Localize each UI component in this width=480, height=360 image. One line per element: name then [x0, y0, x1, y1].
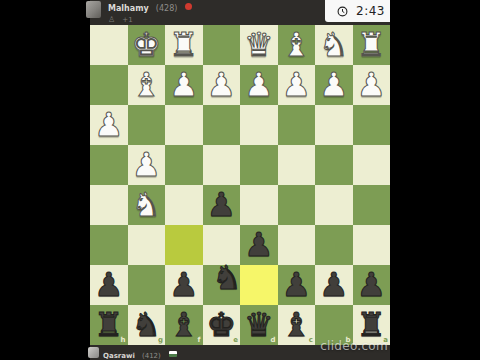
square-a7[interactable]: ♟	[353, 265, 391, 305]
square-g5[interactable]: ♞	[128, 185, 166, 225]
square-e8[interactable]: e♚	[203, 305, 241, 345]
square-g8[interactable]: g♞	[128, 305, 166, 345]
square-e4[interactable]	[203, 145, 241, 185]
white-pawn[interactable]: ♟	[128, 145, 166, 185]
material-advantage: +1	[122, 16, 132, 24]
square-h6[interactable]	[90, 225, 128, 265]
black-pawn[interactable]: ♟	[278, 265, 316, 305]
black-pawn[interactable]: ♟	[315, 265, 353, 305]
app-frame: Malhamy (428) ♙ +1 2:43 ♚♜♛♝♞♜♝♟♟♟♟♟♟♟♟♞…	[0, 0, 480, 360]
square-b2[interactable]: ♟	[315, 65, 353, 105]
square-d3[interactable]	[240, 105, 278, 145]
square-b3[interactable]	[315, 105, 353, 145]
square-c6[interactable]	[278, 225, 316, 265]
captured-pieces: ♙ +1	[108, 12, 133, 22]
square-c3[interactable]	[278, 105, 316, 145]
letterbox-right	[390, 0, 480, 360]
black-knight-animating[interactable]: ♞	[208, 258, 246, 298]
square-a1[interactable]: ♜	[353, 25, 391, 65]
square-h1[interactable]	[90, 25, 128, 65]
square-h5[interactable]	[90, 185, 128, 225]
black-pawn[interactable]: ♟	[90, 265, 128, 305]
letterbox-left	[0, 0, 90, 360]
opponent-rating: (428)	[156, 4, 178, 13]
black-king[interactable]: ♚	[203, 305, 241, 345]
square-a6[interactable]	[353, 225, 391, 265]
white-rook[interactable]: ♜	[353, 25, 391, 65]
square-h2[interactable]	[90, 65, 128, 105]
square-c2[interactable]: ♟	[278, 65, 316, 105]
white-pawn[interactable]: ♟	[240, 65, 278, 105]
square-f3[interactable]	[165, 105, 203, 145]
square-h3[interactable]: ♟	[90, 105, 128, 145]
square-b5[interactable]	[315, 185, 353, 225]
opponent-avatar[interactable]	[86, 1, 101, 18]
square-h4[interactable]	[90, 145, 128, 185]
opponent-clock: 2:43	[325, 0, 390, 22]
black-bishop[interactable]: ♝	[278, 305, 316, 345]
square-g7[interactable]	[128, 265, 166, 305]
white-rook[interactable]: ♜	[165, 25, 203, 65]
white-pawn[interactable]: ♟	[165, 65, 203, 105]
square-f4[interactable]	[165, 145, 203, 185]
square-g6[interactable]	[128, 225, 166, 265]
white-pawn[interactable]: ♟	[90, 105, 128, 145]
opponent-flag-icon	[185, 3, 192, 10]
square-g3[interactable]	[128, 105, 166, 145]
square-b1[interactable]: ♞	[315, 25, 353, 65]
black-pawn[interactable]: ♟	[203, 185, 241, 225]
square-c8[interactable]: c♝	[278, 305, 316, 345]
black-bishop[interactable]: ♝	[165, 305, 203, 345]
white-pawn[interactable]: ♟	[315, 65, 353, 105]
square-c7[interactable]: ♟	[278, 265, 316, 305]
square-e2[interactable]: ♟	[203, 65, 241, 105]
watermark: clideo.com	[320, 339, 388, 353]
square-f1[interactable]: ♜	[165, 25, 203, 65]
square-e1[interactable]	[203, 25, 241, 65]
white-pawn[interactable]: ♟	[353, 65, 391, 105]
game-content: Malhamy (428) ♙ +1 2:43 ♚♜♛♝♞♜♝♟♟♟♟♟♟♟♟♞…	[90, 0, 390, 360]
square-f7[interactable]: ♟	[165, 265, 203, 305]
white-bishop[interactable]: ♝	[278, 25, 316, 65]
square-g2[interactable]: ♝	[128, 65, 166, 105]
board: ♚♜♛♝♞♜♝♟♟♟♟♟♟♟♟♞♟♟♟♟♟♟♟h♜g♞f♝e♚d♛c♝ba♜♞	[90, 25, 390, 345]
square-e3[interactable]	[203, 105, 241, 145]
white-pawn[interactable]: ♟	[203, 65, 241, 105]
black-pawn[interactable]: ♟	[165, 265, 203, 305]
square-d5[interactable]	[240, 185, 278, 225]
square-d4[interactable]	[240, 145, 278, 185]
square-d1[interactable]: ♛	[240, 25, 278, 65]
square-a4[interactable]	[353, 145, 391, 185]
square-c5[interactable]	[278, 185, 316, 225]
square-c4[interactable]	[278, 145, 316, 185]
black-pawn[interactable]: ♟	[353, 265, 391, 305]
square-g1[interactable]: ♚	[128, 25, 166, 65]
square-d8[interactable]: d♛	[240, 305, 278, 345]
white-knight[interactable]: ♞	[315, 25, 353, 65]
clock-icon	[337, 6, 348, 17]
square-a2[interactable]: ♟	[353, 65, 391, 105]
player-info: Qasrawi (412)	[103, 348, 177, 360]
square-e5[interactable]: ♟	[203, 185, 241, 225]
square-f2[interactable]: ♟	[165, 65, 203, 105]
black-rook[interactable]: ♜	[90, 305, 128, 345]
square-b4[interactable]	[315, 145, 353, 185]
square-h7[interactable]: ♟	[90, 265, 128, 305]
square-b6[interactable]	[315, 225, 353, 265]
square-h8[interactable]: h♜	[90, 305, 128, 345]
black-knight[interactable]: ♞	[128, 305, 166, 345]
opponent-time: 2:43	[356, 4, 385, 18]
white-king[interactable]: ♚	[128, 25, 166, 65]
player-avatar[interactable]	[88, 347, 99, 358]
player-flag-icon	[169, 351, 177, 357]
square-f5[interactable]	[165, 185, 203, 225]
player-rating: (412)	[142, 352, 161, 360]
square-d2[interactable]: ♟	[240, 65, 278, 105]
square-g4[interactable]: ♟	[128, 145, 166, 185]
white-pawn[interactable]: ♟	[278, 65, 316, 105]
square-c1[interactable]: ♝	[278, 25, 316, 65]
white-queen[interactable]: ♛	[240, 25, 278, 65]
square-f6[interactable]	[165, 225, 203, 265]
captured-pawn-icon: ♙	[108, 15, 115, 24]
black-queen[interactable]: ♛	[240, 305, 278, 345]
square-a3[interactable]	[353, 105, 391, 145]
square-f8[interactable]: f♝	[165, 305, 203, 345]
white-bishop[interactable]: ♝	[128, 65, 166, 105]
square-a5[interactable]	[353, 185, 391, 225]
player-name: Qasrawi	[103, 352, 135, 360]
white-knight[interactable]: ♞	[128, 185, 166, 225]
square-b7[interactable]: ♟	[315, 265, 353, 305]
